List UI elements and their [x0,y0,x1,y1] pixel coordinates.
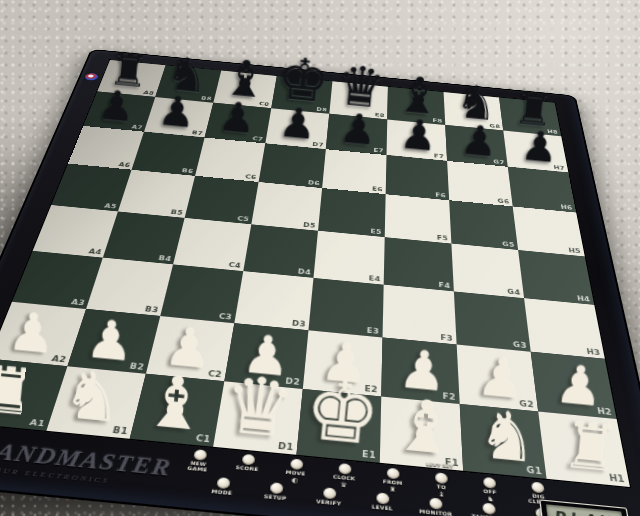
square-label-c4: C4 [228,262,242,270]
key-button-icon[interactable] [435,472,448,484]
key-clock[interactable]: CLOCK♛ [324,462,363,496]
square-label-h4: H4 [576,295,590,303]
key-button-icon[interactable] [535,508,549,516]
square-b4[interactable]: B4 [103,211,185,264]
square-label-d3: D3 [291,320,306,329]
key-button-icon[interactable] [429,497,442,509]
square-label-a5: A5 [103,203,117,210]
square-e1[interactable]: E1♚ [296,389,381,463]
key-label: MODE [211,489,233,497]
square-e4[interactable]: E4 [313,231,384,285]
square-label-b6: B6 [181,168,194,174]
square-c7[interactable]: C7♟ [205,103,272,144]
key-button-icon[interactable] [323,487,336,499]
key-monitor[interactable]: MONITOR [417,496,456,516]
key-new-game[interactable]: NEW GAME [176,448,219,482]
square-e7[interactable]: E7♟ [326,114,387,155]
piece-white-rook[interactable]: ♜ [559,412,622,481]
square-c1[interactable]: C1♝ [130,374,225,447]
square-d5[interactable]: D5 [251,182,322,231]
piece-black-pawn[interactable]: ♟ [217,96,258,140]
square-label-c3: C3 [218,313,232,321]
square-label-c6: C6 [245,174,257,180]
lcd-display: PLAY [539,499,633,516]
key-piece-symbol: ♜ [389,486,396,493]
square-f6[interactable]: F6 [386,155,450,200]
square-e6[interactable]: E6 [322,149,386,194]
square-b7[interactable]: B7♟ [144,97,213,138]
key-button-icon[interactable] [376,492,389,504]
chess-board: A8♜B8♞C8♝D8♚E8♛F8♝G8♞H8♜A7♟B7♟C7♟D7♟E7♟F… [0,60,630,487]
square-label-a4: A4 [87,248,102,256]
key-from[interactable]: FROM♜ [374,466,412,500]
piece-white-bishop[interactable]: ♝ [390,389,460,466]
square-e3[interactable]: E3 [308,278,383,338]
square-label-b3: B3 [144,306,159,314]
square-label-b5: B5 [170,209,183,216]
key-takeback[interactable]: TAKEBACK [469,501,508,516]
square-g3[interactable]: G3 [454,291,531,351]
piece-white-pawn[interactable]: ♟ [6,304,59,361]
square-label-f7: F7 [434,154,445,160]
piece-black-pawn[interactable]: ♟ [277,101,318,145]
key-label: MOVE [285,470,305,478]
key-verify[interactable]: VERIFY [309,486,348,508]
key-button-icon[interactable] [387,468,399,480]
square-h1[interactable]: H1♜ [538,412,630,487]
key-button-icon[interactable] [216,477,230,489]
square-label-f5: F5 [437,235,449,242]
perspective-wrapper: A8♜B8♞C8♝D8♚E8♛F8♝G8♞H8♜A7♟B7♟C7♟D7♟E7♟F… [0,49,640,516]
square-a7[interactable]: A7♟ [83,91,155,131]
piece-black-pawn[interactable]: ♟ [338,107,379,151]
square-g4[interactable]: G4 [451,244,524,299]
square-g7[interactable]: G7♟ [445,125,507,167]
square-label-d4: D4 [297,268,311,276]
piece-black-pawn[interactable]: ♟ [519,125,560,169]
square-c4[interactable]: C4 [173,218,251,271]
photo-electronic-chess-board: { "game": "chess", "scene": "Excalibur G… [0,0,640,516]
square-label-d5: D5 [303,222,316,229]
square-label-h6: H6 [560,204,573,211]
key-score[interactable]: SCORE [226,453,268,487]
square-f3[interactable]: F3 [383,285,457,345]
key-button-icon[interactable] [290,458,303,470]
square-h5[interactable]: H5 [513,206,585,256]
piece-black-pawn[interactable]: ♟ [398,113,439,157]
key-button-icon[interactable] [531,482,545,494]
square-label-f6: F6 [435,192,446,198]
square-a4[interactable]: A4 [33,205,118,258]
key-button-icon[interactable] [482,503,495,515]
key-label: CLOCK [333,474,356,482]
key-label: NEW GAME [179,460,216,475]
piece-white-rook[interactable]: ♜ [0,356,41,425]
key-piece-symbol: ♟ [536,506,544,513]
square-label-e6: E6 [372,186,383,192]
square-h3[interactable]: H3 [524,298,605,359]
board-frame: A8♜B8♞C8♝D8♚E8♛F8♝G8♞H8♜A7♟B7♟C7♟D7♟E7♟F… [0,49,640,516]
square-d7[interactable]: D7♟ [265,108,329,149]
square-label-g6: G6 [497,198,509,205]
key-label: TO [437,484,446,491]
key-button-icon[interactable] [269,482,283,494]
key-button-icon[interactable] [483,477,496,489]
key-off[interactable]: OFF♞ [470,476,510,511]
key-button-icon[interactable] [241,454,255,466]
key-dig-clear[interactable]: DIG CLEAR♟ [518,480,559,515]
square-label-d6: D6 [307,180,319,186]
square-c6[interactable]: C6 [195,138,265,182]
square-label-e7: E7 [373,148,383,154]
square-label-h5: H5 [568,248,582,255]
square-f1[interactable]: F1♝ [380,396,463,470]
maker-title: EXCALIBUR ELECTRONICS [0,461,168,489]
key-label: MONITOR [419,509,452,516]
key-label: LEVEL [372,504,393,512]
square-label-c5: C5 [237,216,250,223]
key-label: DIG CLEAR [521,492,557,507]
key-label: FROM [383,479,403,487]
piece-black-pawn[interactable]: ♟ [459,119,500,163]
key-setup[interactable]: SETUP [256,481,296,503]
key-label: OFF [483,489,497,496]
brand-title: GRANDMASTER [0,435,173,482]
key-label: VERIFY [316,499,341,507]
key-label: SETUP [264,494,287,502]
square-label-e4: E4 [369,275,381,283]
key-piece-symbol: ♞ [487,496,494,503]
square-h4[interactable]: H4 [518,250,594,305]
excalibur-logo-sticker [84,73,100,81]
piece-white-knight[interactable]: ♞ [475,402,540,474]
square-d6[interactable]: D6 [259,143,326,188]
piece-white-bishop[interactable]: ♝ [140,365,210,442]
square-label-b4: B4 [158,255,172,263]
square-f5[interactable]: F5 [385,194,452,243]
piece-white-pawn[interactable]: ♟ [553,356,606,413]
key-mode[interactable]: MODE [202,476,243,497]
piece-white-king[interactable]: ♚ [301,368,383,458]
square-f4[interactable]: F4 [384,237,454,291]
square-b6[interactable]: B6 [132,132,205,176]
square-label-g4: G4 [507,288,521,296]
chess-computer-scene: A8♜B8♞C8♝D8♚E8♛F8♝G8♞H8♜A7♟B7♟C7♟D7♟E7♟F… [0,0,640,516]
square-g1[interactable]: G1♞ [460,404,547,479]
square-d1[interactable]: D1♛ [213,381,303,454]
square-g6[interactable]: G6 [447,161,513,206]
square-label-e5: E5 [370,229,382,236]
square-g5[interactable]: G5 [449,200,518,250]
piece-white-queen[interactable]: ♛ [220,365,298,450]
square-label-f4: F4 [438,282,450,290]
square-b5[interactable]: B5 [118,170,195,218]
piece-black-pawn[interactable]: ♟ [157,90,198,134]
key-piece-symbol: ♛ [340,482,347,489]
square-e5[interactable]: E5 [318,188,386,237]
square-label-a3: A3 [70,299,86,307]
key-move[interactable]: MOVE◐ [275,457,315,491]
square-label-g5: G5 [502,241,515,248]
square-c5[interactable]: C5 [185,176,259,224]
lcd-text: PLAY [555,507,616,516]
key-label: SCORE [235,465,259,473]
key-to[interactable]: LEVY SETTO♝ [422,471,460,505]
key-move[interactable]: MOVE [522,506,562,516]
key-button-icon[interactable] [193,449,207,461]
piece-black-pawn[interactable]: ♟ [96,84,137,128]
square-d4[interactable]: D4 [243,224,318,278]
key-piece-symbol: ♝ [438,491,445,498]
key-button-icon[interactable] [338,463,351,475]
brand-block: GRANDMASTER EXCALIBUR ELECTRONICS [0,435,173,490]
lcd-screen: PLAY [546,504,626,516]
key-piece-symbol: ◐ [291,477,298,484]
piece-white-knight[interactable]: ♞ [60,362,125,434]
square-label-a6: A6 [118,162,131,168]
key-row-bottom: MODESETUPVERIFYLEVELMONITORTAKEBACKMOVE [202,476,562,516]
square-f7[interactable]: F7♟ [386,119,447,161]
square-h6[interactable]: H6 [508,167,576,213]
key-level[interactable]: LEVEL [363,491,401,513]
